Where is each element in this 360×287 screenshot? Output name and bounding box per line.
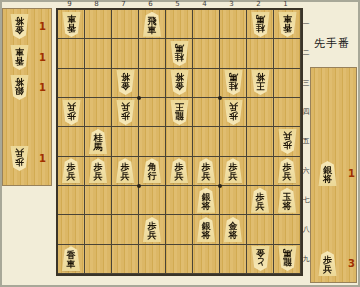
- promoted-piece-gote[interactable]: 龍馬: [277, 246, 298, 271]
- piece-sente[interactable]: 歩兵: [115, 158, 136, 183]
- piece-gote[interactable]: 桂馬: [250, 12, 271, 37]
- square-6e[interactable]: [139, 127, 166, 156]
- piece-label: 銀将: [202, 222, 211, 242]
- hand-sente-slot[interactable]: 歩兵: [317, 251, 338, 276]
- piece-gote[interactable]: 桂馬: [169, 41, 190, 66]
- piece-gote[interactable]: 歩兵: [223, 100, 244, 125]
- piece-gote[interactable]: 香車: [277, 12, 298, 37]
- piece-gote[interactable]: 金将: [169, 70, 190, 95]
- square-4h[interactable]: 銀将: [193, 215, 220, 244]
- piece-char: 馬: [175, 43, 184, 52]
- piece-char: 将: [283, 202, 292, 211]
- piece-char: 歩: [15, 157, 24, 166]
- rank-label-2: 二: [301, 48, 311, 58]
- piece-label: 角行: [148, 163, 157, 183]
- piece-label: 香車: [67, 251, 76, 271]
- square-1a[interactable]: 香車: [274, 10, 301, 39]
- piece-char: 香: [15, 56, 24, 65]
- gote-captured-tray: 金将1香車1銀将1歩兵1: [2, 8, 52, 186]
- piece-label: 歩兵: [283, 163, 292, 183]
- piece-sente[interactable]: 銀将: [196, 217, 217, 242]
- file-label-2: 2: [245, 0, 272, 8]
- piece-label: 銀将: [202, 193, 211, 213]
- square-5g[interactable]: [166, 186, 193, 215]
- piece-label: 歩兵: [121, 163, 130, 183]
- piece-sente[interactable]: 歩兵: [317, 251, 338, 276]
- rank-label-1: 一: [301, 19, 311, 29]
- piece-label: 飛車: [148, 17, 157, 37]
- piece-char: 車: [67, 260, 76, 269]
- square-9d[interactable]: 歩兵: [58, 98, 85, 127]
- piece-gote[interactable]: 歩兵: [61, 100, 82, 125]
- square-9c[interactable]: [58, 69, 85, 98]
- piece-char: 将: [202, 231, 211, 240]
- piece-char: 馬: [256, 14, 265, 23]
- sente-captured-tray: 銀将1歩兵3: [310, 67, 357, 283]
- square-1g[interactable]: 玉将: [274, 186, 301, 215]
- square-1e[interactable]: 歩兵: [274, 127, 301, 156]
- piece-sente[interactable]: 歩兵: [88, 158, 109, 183]
- square-9e[interactable]: [58, 127, 85, 156]
- piece-char: 将: [323, 175, 332, 184]
- piece-char: 金: [121, 81, 130, 90]
- file-label-1: 1: [272, 0, 299, 8]
- piece-char: 王: [256, 81, 265, 90]
- piece-label: 玉将: [283, 193, 292, 213]
- square-8c[interactable]: [85, 69, 112, 98]
- square-1f[interactable]: 歩兵: [274, 157, 301, 186]
- square-3e[interactable]: [220, 127, 247, 156]
- piece-gote[interactable]: 歩兵: [277, 129, 298, 154]
- square-5e[interactable]: [166, 127, 193, 156]
- piece-char: と: [255, 257, 264, 266]
- piece-char: 兵: [148, 231, 157, 240]
- piece-label: 王将: [256, 70, 265, 90]
- square-2d[interactable]: [247, 98, 274, 127]
- square-2f[interactable]: [247, 157, 274, 186]
- piece-char: 車: [148, 26, 157, 35]
- piece-char: 兵: [256, 202, 265, 211]
- hoshi-dot: [218, 96, 222, 100]
- piece-gote[interactable]: 王将: [250, 70, 271, 95]
- piece-char: 兵: [121, 172, 130, 181]
- piece-label: 龍馬: [283, 246, 292, 266]
- file-label-4: 4: [191, 0, 218, 8]
- square-6f[interactable]: 角行: [139, 157, 166, 186]
- piece-char: 馬: [229, 72, 238, 81]
- piece-char: 兵: [94, 172, 103, 181]
- piece-char: 銀: [15, 86, 24, 95]
- piece-label: 銀将: [323, 166, 332, 186]
- square-5f[interactable]: 歩兵: [166, 157, 193, 186]
- square-4c[interactable]: [193, 69, 220, 98]
- square-6c[interactable]: [139, 69, 166, 98]
- square-8a[interactable]: [85, 10, 112, 39]
- piece-label: 歩兵: [256, 193, 265, 213]
- hand-gote-slot[interactable]: 歩兵: [9, 146, 30, 171]
- piece-sente[interactable]: 飛車: [142, 12, 163, 37]
- piece-char: 車: [67, 14, 76, 23]
- square-9g[interactable]: [58, 186, 85, 215]
- piece-label: 歩兵: [121, 100, 130, 120]
- square-3g[interactable]: [220, 186, 247, 215]
- piece-char: 将: [121, 72, 130, 81]
- square-1i[interactable]: 龍馬: [274, 245, 301, 274]
- turn-indicator: 先手番: [314, 36, 360, 51]
- piece-sente[interactable]: 角行: [142, 158, 163, 183]
- square-7i[interactable]: [112, 245, 139, 274]
- piece-char: 歩: [283, 140, 292, 149]
- file-label-6: 6: [137, 0, 164, 8]
- square-1b[interactable]: [274, 39, 301, 68]
- piece-char: 兵: [67, 172, 76, 181]
- piece-label: と金: [255, 246, 264, 266]
- piece-char: 車: [15, 47, 24, 56]
- piece-gote[interactable]: 金将: [115, 70, 136, 95]
- piece-sente[interactable]: 銀将: [317, 161, 338, 186]
- piece-sente[interactable]: 香車: [61, 246, 82, 271]
- square-3d[interactable]: 歩兵: [220, 98, 247, 127]
- hoshi-dot: [137, 96, 141, 100]
- piece-gote[interactable]: 歩兵: [115, 100, 136, 125]
- square-6a[interactable]: 飛車: [139, 10, 166, 39]
- piece-char: 馬: [283, 248, 292, 257]
- piece-gote[interactable]: 香車: [61, 12, 82, 37]
- piece-sente[interactable]: 歩兵: [142, 217, 163, 242]
- square-2c[interactable]: 王将: [247, 69, 274, 98]
- shogi-board: 香車飛車桂馬香車桂馬金将金将桂馬王将歩兵歩兵龍王歩兵桂馬歩兵歩兵歩兵歩兵角行歩兵…: [56, 8, 303, 276]
- square-2g[interactable]: 歩兵: [247, 186, 274, 215]
- square-7b[interactable]: [112, 39, 139, 68]
- piece-char: 兵: [67, 102, 76, 111]
- square-8h[interactable]: [85, 215, 112, 244]
- piece-char: 香: [67, 23, 76, 32]
- square-2b[interactable]: [247, 39, 274, 68]
- piece-label: 金将: [121, 70, 130, 90]
- piece-label: 歩兵: [323, 256, 332, 276]
- square-1d[interactable]: [274, 98, 301, 127]
- square-5i[interactable]: [166, 245, 193, 274]
- piece-label: 桂馬: [94, 134, 103, 154]
- piece-char: 龍: [283, 257, 292, 266]
- piece-sente[interactable]: 歩兵: [61, 158, 82, 183]
- hand-count: 3: [348, 258, 355, 269]
- square-8e[interactable]: 桂馬: [85, 127, 112, 156]
- file-label-9: 9: [56, 0, 83, 8]
- piece-char: 兵: [175, 172, 184, 181]
- piece-char: 兵: [283, 131, 292, 140]
- square-9i[interactable]: 香車: [58, 245, 85, 274]
- square-4d[interactable]: [193, 98, 220, 127]
- square-2i[interactable]: と金: [247, 245, 274, 274]
- piece-label: 歩兵: [148, 222, 157, 242]
- piece-char: 将: [15, 16, 24, 25]
- square-8g[interactable]: [85, 186, 112, 215]
- square-2a[interactable]: 桂馬: [247, 10, 274, 39]
- hand-count: 1: [39, 21, 46, 32]
- piece-char: 将: [256, 72, 265, 81]
- square-7a[interactable]: [112, 10, 139, 39]
- piece-char: 兵: [283, 172, 292, 181]
- piece-gote[interactable]: 金将: [9, 14, 30, 39]
- piece-char: 将: [229, 231, 238, 240]
- square-7d[interactable]: 歩兵: [112, 98, 139, 127]
- piece-label: 銀将: [15, 75, 24, 95]
- piece-sente[interactable]: 玉将: [277, 188, 298, 213]
- square-8b[interactable]: [85, 39, 112, 68]
- piece-char: 兵: [121, 102, 130, 111]
- piece-label: 桂馬: [256, 12, 265, 32]
- piece-label: 歩兵: [175, 163, 184, 183]
- square-7c[interactable]: 金将: [112, 69, 139, 98]
- square-2h[interactable]: [247, 215, 274, 244]
- piece-sente[interactable]: 歩兵: [169, 158, 190, 183]
- promoted-piece-gote[interactable]: と金: [250, 246, 271, 271]
- piece-label: 歩兵: [229, 100, 238, 120]
- square-4i[interactable]: [193, 245, 220, 274]
- piece-label: 香車: [15, 45, 24, 65]
- square-3i[interactable]: [220, 245, 247, 274]
- square-3f[interactable]: 歩兵: [220, 157, 247, 186]
- piece-label: 金将: [175, 70, 184, 90]
- piece-char: 将: [15, 77, 24, 86]
- piece-label: 金将: [229, 222, 238, 242]
- square-5h[interactable]: [166, 215, 193, 244]
- piece-label: 歩兵: [67, 100, 76, 120]
- square-7f[interactable]: 歩兵: [112, 157, 139, 186]
- square-4a[interactable]: [193, 10, 220, 39]
- piece-label: 金将: [15, 14, 24, 34]
- square-6d[interactable]: [139, 98, 166, 127]
- piece-char: 桂: [256, 23, 265, 32]
- piece-char: 車: [283, 14, 292, 23]
- piece-char: 行: [148, 172, 157, 181]
- hoshi-dot: [218, 184, 222, 188]
- square-2e[interactable]: [247, 127, 274, 156]
- square-3c[interactable]: 桂馬: [220, 69, 247, 98]
- hand-count: 1: [39, 52, 46, 63]
- piece-char: 馬: [94, 143, 103, 152]
- piece-label: 桂馬: [175, 41, 184, 61]
- piece-gote[interactable]: 香車: [9, 45, 30, 70]
- hand-gote-slot[interactable]: 銀将: [9, 75, 30, 100]
- piece-gote[interactable]: 桂馬: [223, 70, 244, 95]
- piece-sente[interactable]: 金将: [223, 217, 244, 242]
- square-6i[interactable]: [139, 245, 166, 274]
- piece-char: 兵: [229, 102, 238, 111]
- file-label-7: 7: [110, 0, 137, 8]
- piece-char: 金: [175, 81, 184, 90]
- piece-char: 桂: [229, 81, 238, 90]
- square-7g[interactable]: [112, 186, 139, 215]
- piece-sente[interactable]: 桂馬: [88, 129, 109, 154]
- piece-sente[interactable]: 歩兵: [250, 188, 271, 213]
- square-4e[interactable]: [193, 127, 220, 156]
- square-5a[interactable]: [166, 10, 193, 39]
- file-label-8: 8: [83, 0, 110, 8]
- square-1c[interactable]: [274, 69, 301, 98]
- piece-char: 金: [256, 248, 265, 257]
- square-6b[interactable]: [139, 39, 166, 68]
- square-7e[interactable]: [112, 127, 139, 156]
- piece-label: 歩兵: [229, 163, 238, 183]
- square-3h[interactable]: 金将: [220, 215, 247, 244]
- piece-gote[interactable]: 歩兵: [9, 146, 30, 171]
- promoted-piece-gote[interactable]: 龍王: [169, 100, 190, 125]
- piece-char: 将: [175, 72, 184, 81]
- piece-label: 歩兵: [94, 163, 103, 183]
- piece-gote[interactable]: 銀将: [9, 75, 30, 100]
- square-8f[interactable]: 歩兵: [85, 157, 112, 186]
- hand-sente-slot[interactable]: 銀将: [317, 161, 338, 186]
- square-6h[interactable]: 歩兵: [139, 215, 166, 244]
- piece-label: 歩兵: [67, 163, 76, 183]
- square-9h[interactable]: [58, 215, 85, 244]
- piece-label: 歩兵: [15, 146, 24, 166]
- piece-sente[interactable]: 歩兵: [223, 158, 244, 183]
- square-3a[interactable]: [220, 10, 247, 39]
- piece-label: 歩兵: [202, 163, 211, 183]
- piece-char: 桂: [175, 52, 184, 61]
- piece-label: 歩兵: [283, 129, 292, 149]
- piece-char: 王: [175, 102, 184, 111]
- hand-gote-slot[interactable]: 香車: [9, 45, 30, 70]
- square-8i[interactable]: [85, 245, 112, 274]
- piece-label: 香車: [67, 12, 76, 32]
- square-4b[interactable]: [193, 39, 220, 68]
- square-9b[interactable]: [58, 39, 85, 68]
- square-3b[interactable]: [220, 39, 247, 68]
- hand-count: 1: [348, 168, 355, 179]
- square-5d[interactable]: 龍王: [166, 98, 193, 127]
- piece-char: 兵: [323, 265, 332, 274]
- piece-char: 兵: [15, 148, 24, 157]
- square-5c[interactable]: 金将: [166, 69, 193, 98]
- piece-char: 兵: [229, 172, 238, 181]
- square-8d[interactable]: [85, 98, 112, 127]
- shogi-viewer: 金将1香車1銀将1歩兵1 香車飛車桂馬香車桂馬金将金将桂馬王将歩兵歩兵龍王歩兵桂…: [0, 0, 360, 287]
- square-9f[interactable]: 歩兵: [58, 157, 85, 186]
- file-label-5: 5: [164, 0, 191, 8]
- piece-char: 兵: [202, 172, 211, 181]
- piece-sente[interactable]: 銀将: [196, 188, 217, 213]
- piece-label: 香車: [283, 12, 292, 32]
- square-4f[interactable]: 歩兵: [193, 157, 220, 186]
- square-5b[interactable]: 桂馬: [166, 39, 193, 68]
- square-7h[interactable]: [112, 215, 139, 244]
- piece-char: 金: [15, 25, 24, 34]
- file-label-3: 3: [218, 0, 245, 8]
- hand-count: 1: [39, 82, 46, 93]
- square-9a[interactable]: 香車: [58, 10, 85, 39]
- piece-label: 龍王: [175, 100, 184, 120]
- square-6g[interactable]: [139, 186, 166, 215]
- hand-gote-slot[interactable]: 金将: [9, 14, 30, 39]
- hoshi-dot: [137, 184, 141, 188]
- piece-sente[interactable]: 歩兵: [196, 158, 217, 183]
- piece-sente[interactable]: 歩兵: [277, 158, 298, 183]
- piece-char: 香: [283, 23, 292, 32]
- square-4g[interactable]: 銀将: [193, 186, 220, 215]
- hand-count: 1: [39, 153, 46, 164]
- piece-label: 桂馬: [229, 70, 238, 90]
- piece-char: 将: [202, 202, 211, 211]
- square-1h[interactable]: [274, 215, 301, 244]
